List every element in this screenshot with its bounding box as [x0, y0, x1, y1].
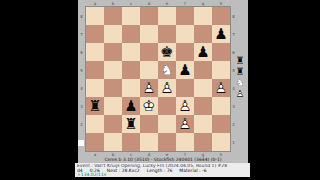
white-p-piece-fill: ♟ — [234, 88, 246, 99]
black-k-piece: ♚ — [158, 43, 176, 61]
square-b7 — [104, 25, 122, 43]
rank-label: 8 — [78, 7, 85, 25]
black-p-piece: ♟ — [194, 43, 212, 61]
square-g7 — [194, 25, 212, 43]
white-n-piece: ♘ — [234, 77, 246, 88]
rank-label: 7 — [230, 25, 237, 43]
square-f8 — [176, 7, 194, 25]
square-e8 — [158, 7, 176, 25]
black-r-piece: ♜ — [86, 97, 104, 115]
square-h3 — [212, 97, 230, 115]
rank-label: 1 — [230, 133, 237, 151]
square-g4 — [194, 79, 212, 97]
white-p-piece: ♙ — [234, 88, 246, 99]
square-a4 — [86, 79, 104, 97]
black-p-piece: ♟ — [176, 61, 194, 79]
square-d3: ♚♔ — [140, 97, 158, 115]
square-d5 — [140, 61, 158, 79]
square-h8 — [212, 7, 230, 25]
rank-label: 6 — [78, 43, 85, 61]
square-e4: ♟♙ — [158, 79, 176, 97]
rank-label: 4 — [78, 79, 85, 97]
square-f3: ♟♙ — [176, 97, 194, 115]
white-k-piece-fill: ♚ — [140, 97, 158, 115]
rank-label: 2 — [230, 115, 237, 133]
white-p-piece: ♙ — [176, 97, 194, 115]
square-c7 — [122, 25, 140, 43]
white-p-piece-fill: ♟ — [176, 115, 194, 133]
file-label: c — [122, 1, 140, 6]
square-b5 — [104, 61, 122, 79]
black-r-piece: ♜ — [234, 66, 246, 77]
square-d1 — [140, 133, 158, 151]
square-a1 — [86, 133, 104, 151]
rank-label: 5 — [78, 61, 85, 79]
white-p-piece-fill: ♟ — [158, 79, 176, 97]
square-b3 — [104, 97, 122, 115]
square-e6: ♚ — [158, 43, 176, 61]
black-r-material-icon: ♜ — [234, 66, 246, 77]
info-panel: Event : Van't Kruijs Opening, Lucky Fm (… — [75, 163, 250, 177]
square-d6 — [140, 43, 158, 61]
white-p-piece: ♙ — [140, 79, 158, 97]
square-f6 — [176, 43, 194, 61]
white-n-material-icon: ♞♘ — [234, 77, 246, 88]
square-h4: ♟♙ — [212, 79, 230, 97]
rank-label: 3 — [230, 97, 237, 115]
rank-label: 8 — [230, 7, 237, 25]
left-edge-marker — [78, 140, 84, 146]
white-n-piece: ♘ — [158, 61, 176, 79]
square-h5 — [212, 61, 230, 79]
white-p-piece: ♙ — [158, 79, 176, 97]
white-p-piece-fill: ♟ — [176, 97, 194, 115]
white-p-piece-fill: ♟ — [212, 79, 230, 97]
square-g3 — [194, 97, 212, 115]
square-c6 — [122, 43, 140, 61]
white-p-material-icon: ♟♙ — [234, 88, 246, 99]
square-d8 — [140, 7, 158, 25]
square-e7 — [158, 25, 176, 43]
file-label: b — [104, 1, 122, 6]
square-b1 — [104, 133, 122, 151]
white-p-piece: ♙ — [176, 115, 194, 133]
square-g5 — [194, 61, 212, 79]
square-f1 — [176, 133, 194, 151]
square-a7 — [86, 25, 104, 43]
square-e3 — [158, 97, 176, 115]
square-a2 — [86, 115, 104, 133]
square-c2: ♜ — [122, 115, 140, 133]
white-p-piece: ♙ — [212, 79, 230, 97]
status-segment: Next : 28.Kxc2 — [107, 168, 140, 173]
square-b8 — [104, 7, 122, 25]
file-label: d — [140, 1, 158, 6]
square-g6: ♟ — [194, 43, 212, 61]
file-label: h — [212, 1, 230, 6]
file-label: e — [158, 1, 176, 6]
black-r-piece: ♜ — [234, 55, 246, 66]
square-d7 — [140, 25, 158, 43]
white-p-piece-fill: ♟ — [140, 79, 158, 97]
white-k-piece: ♔ — [140, 97, 158, 115]
square-e1 — [158, 133, 176, 151]
captured-material-tray: ♜♜♞♘♟♙ — [234, 55, 246, 99]
rank-label: 3 — [78, 97, 85, 115]
square-c4 — [122, 79, 140, 97]
square-a6 — [86, 43, 104, 61]
black-r-material-icon: ♜ — [234, 55, 246, 66]
chess-board: ♟♚♟♞♘♟♟♙♟♙♟♙♜♟♚♔♟♙♜♟♙ — [86, 7, 230, 151]
white-n-piece-fill: ♞ — [158, 61, 176, 79]
status-segment: Length : 76 — [147, 168, 173, 173]
square-b4 — [104, 79, 122, 97]
rank-labels-left: 87654321 — [78, 7, 85, 151]
rank-label: 7 — [78, 25, 85, 43]
square-c5 — [122, 61, 140, 79]
square-h2 — [212, 115, 230, 133]
square-b2 — [104, 115, 122, 133]
eval-line: +134.02/11s — [77, 173, 250, 178]
black-p-piece: ♟ — [122, 97, 140, 115]
square-c3: ♟ — [122, 97, 140, 115]
square-f7 — [176, 25, 194, 43]
file-labels-top: abcdefgh — [86, 1, 230, 6]
square-e2 — [158, 115, 176, 133]
square-g1 — [194, 133, 212, 151]
square-a8 — [86, 7, 104, 25]
black-p-piece: ♟ — [212, 25, 230, 43]
square-f4 — [176, 79, 194, 97]
video-frame: abcdefgh abcdefgh 87654321 87654321 ♟♚♟♞… — [0, 0, 320, 180]
rank-label: 2 — [78, 115, 85, 133]
square-a3: ♜ — [86, 97, 104, 115]
square-a5 — [86, 61, 104, 79]
file-label: f — [176, 1, 194, 6]
status-segment: Material : -6 — [179, 168, 206, 173]
square-d2 — [140, 115, 158, 133]
square-c1 — [122, 133, 140, 151]
square-h6 — [212, 43, 230, 61]
white-n-piece-fill: ♞ — [234, 77, 246, 88]
square-h1 — [212, 133, 230, 151]
square-f5: ♟ — [176, 61, 194, 79]
square-g2 — [194, 115, 212, 133]
file-label: g — [194, 1, 212, 6]
file-label: a — [86, 1, 104, 6]
square-g8 — [194, 7, 212, 25]
square-e5: ♞♘ — [158, 61, 176, 79]
square-d4: ♟♙ — [140, 79, 158, 97]
black-r-piece: ♜ — [122, 115, 140, 133]
square-h7: ♟ — [212, 25, 230, 43]
square-f2: ♟♙ — [176, 115, 194, 133]
square-b6 — [104, 43, 122, 61]
square-c8 — [122, 7, 140, 25]
